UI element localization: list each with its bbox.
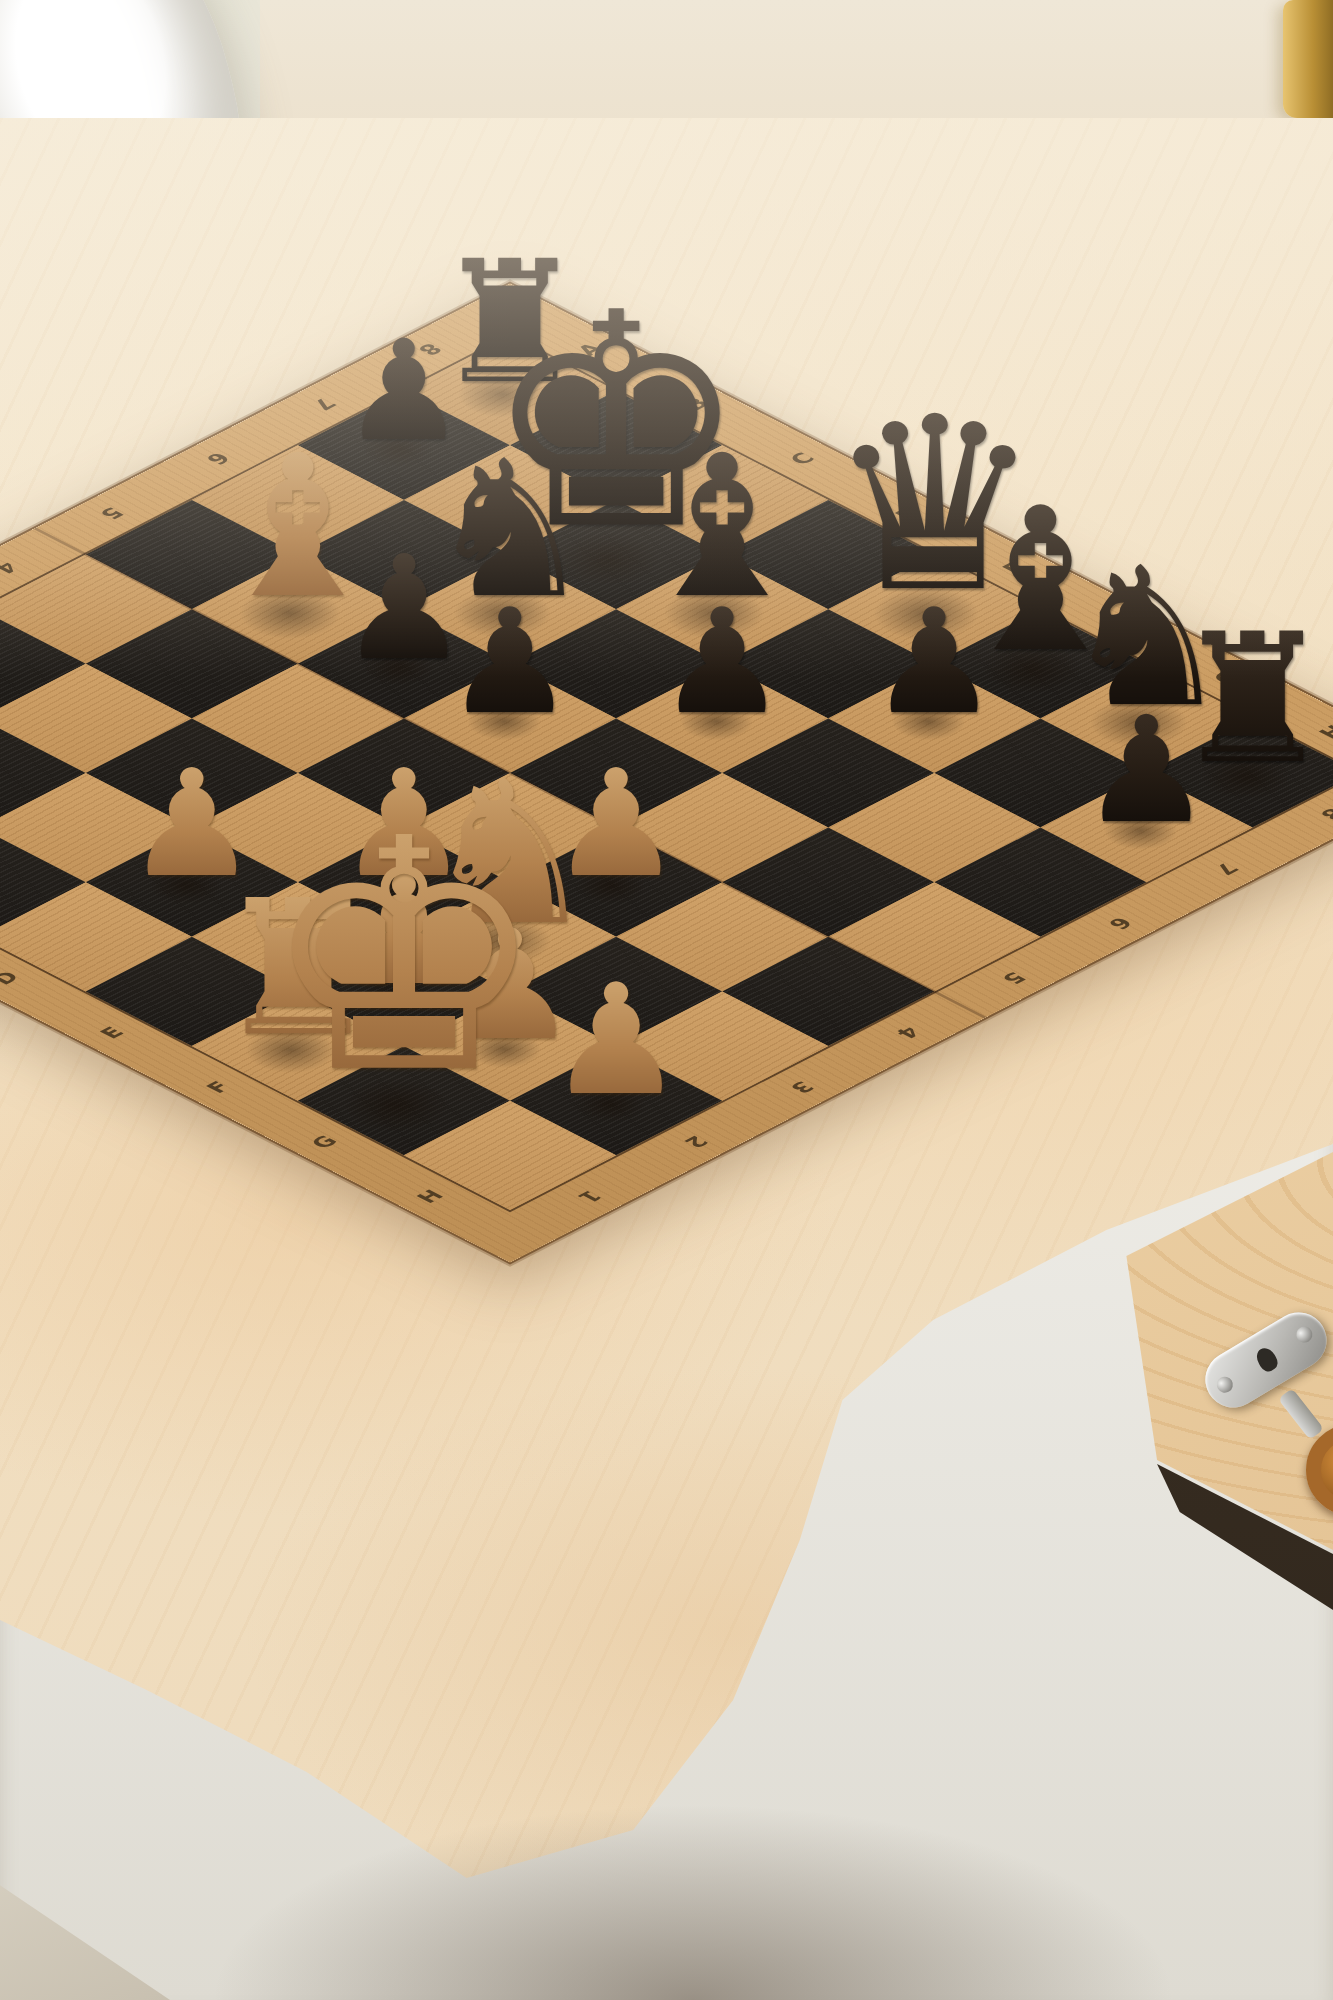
screw-icon xyxy=(1214,1374,1236,1396)
black-pawn-glyph: ♟ xyxy=(445,589,575,734)
rank-label-right-5: 5 xyxy=(997,969,1032,987)
rank-label-right-8: 8 xyxy=(1315,805,1333,823)
rank-label-right-2: 2 xyxy=(678,1133,713,1151)
rank-label-left-5: 5 xyxy=(94,504,129,522)
black-pawn-glyph: ♟ xyxy=(869,589,999,734)
rank-label-right-7: 7 xyxy=(1209,860,1244,878)
file-label-bottom-e: E xyxy=(94,1024,129,1042)
rank-label-left-7: 7 xyxy=(306,395,341,413)
white-king-glyph: ♚ xyxy=(260,797,547,1117)
file-label-bottom-f: F xyxy=(200,1078,235,1096)
piece-white-king-g1[interactable]: ♚ xyxy=(298,1046,510,1155)
rank-label-right-4: 4 xyxy=(890,1024,925,1042)
black-pawn-glyph: ♟ xyxy=(1080,697,1212,844)
rank-label-right-3: 3 xyxy=(784,1078,819,1096)
white-pawn-glyph: ♟ xyxy=(547,964,684,1117)
file-label-bottom-d: D xyxy=(0,968,25,987)
screw-icon xyxy=(1293,1324,1315,1346)
file-label-bottom-h: H xyxy=(411,1187,449,1207)
keyhole-icon xyxy=(1253,1345,1281,1375)
rank-label-left-4: 4 xyxy=(0,559,23,577)
rank-label-right-1: 1 xyxy=(572,1187,607,1205)
black-pawn-glyph: ♟ xyxy=(657,589,787,734)
rank-label-right-6: 6 xyxy=(1103,914,1138,932)
photo-scene: 1122334455667788AABBCCDDEEFFGGHH♚♜♞♝♟♟♟♟… xyxy=(0,0,1333,2000)
gold-frame-edge xyxy=(1283,0,1333,118)
